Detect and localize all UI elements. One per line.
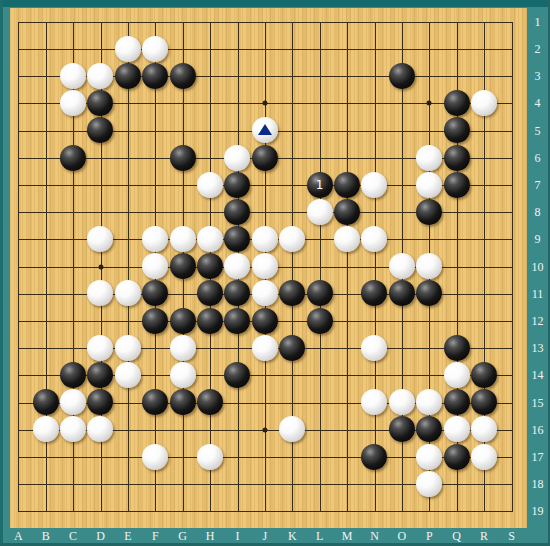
intersection-H10[interactable] xyxy=(196,253,223,280)
intersection-K19[interactable] xyxy=(279,497,306,524)
black-stone-G3[interactable] xyxy=(170,63,196,89)
intersection-N13[interactable] xyxy=(361,334,388,361)
intersection-H2[interactable] xyxy=(196,35,223,62)
intersection-L5[interactable] xyxy=(306,117,333,144)
black-stone-H11[interactable] xyxy=(197,280,223,306)
intersection-H13[interactable] xyxy=(196,334,223,361)
intersection-O11[interactable] xyxy=(388,280,415,307)
intersection-O1[interactable] xyxy=(388,8,415,35)
white-stone-D16[interactable] xyxy=(87,416,113,442)
intersection-N6[interactable] xyxy=(361,144,388,171)
black-stone-L7[interactable]: 1 xyxy=(307,172,333,198)
black-stone-L12[interactable] xyxy=(307,308,333,334)
black-stone-M8[interactable] xyxy=(334,199,360,225)
intersection-O9[interactable] xyxy=(388,226,415,253)
intersection-L14[interactable] xyxy=(306,361,333,388)
intersection-H17[interactable] xyxy=(196,443,223,470)
intersection-P17[interactable] xyxy=(415,443,442,470)
intersection-G7[interactable] xyxy=(169,171,196,198)
intersection-P2[interactable] xyxy=(415,35,442,62)
intersection-P4[interactable] xyxy=(415,90,442,117)
intersection-H7[interactable] xyxy=(196,171,223,198)
intersection-Q14[interactable] xyxy=(443,361,470,388)
intersection-D9[interactable] xyxy=(87,226,114,253)
intersection-M15[interactable] xyxy=(333,389,360,416)
intersection-H15[interactable] xyxy=(196,389,223,416)
white-stone-C4[interactable] xyxy=(60,90,86,116)
white-stone-Q14[interactable] xyxy=(444,362,470,388)
white-stone-P10[interactable] xyxy=(416,253,442,279)
intersection-F1[interactable] xyxy=(142,8,169,35)
black-stone-G6[interactable] xyxy=(170,145,196,171)
intersection-E18[interactable] xyxy=(114,470,141,497)
intersection-L12[interactable] xyxy=(306,307,333,334)
intersection-Q3[interactable] xyxy=(443,62,470,89)
intersection-S14[interactable] xyxy=(498,361,525,388)
intersection-L10[interactable] xyxy=(306,253,333,280)
black-stone-M7[interactable] xyxy=(334,172,360,198)
intersection-J12[interactable] xyxy=(251,307,278,334)
intersection-P1[interactable] xyxy=(415,8,442,35)
black-stone-Q5[interactable] xyxy=(444,117,470,143)
intersection-S7[interactable] xyxy=(498,171,525,198)
white-stone-P6[interactable] xyxy=(416,145,442,171)
intersection-I5[interactable] xyxy=(224,117,251,144)
intersection-N16[interactable] xyxy=(361,416,388,443)
black-stone-C6[interactable] xyxy=(60,145,86,171)
intersection-B3[interactable] xyxy=(32,62,59,89)
intersection-H12[interactable] xyxy=(196,307,223,334)
intersection-P6[interactable] xyxy=(415,144,442,171)
intersection-N8[interactable] xyxy=(361,198,388,225)
intersection-R18[interactable] xyxy=(470,470,497,497)
intersection-F10[interactable] xyxy=(142,253,169,280)
intersection-I3[interactable] xyxy=(224,62,251,89)
intersection-R9[interactable] xyxy=(470,226,497,253)
intersection-A3[interactable] xyxy=(5,62,32,89)
intersection-S19[interactable] xyxy=(498,497,525,524)
black-stone-H10[interactable] xyxy=(197,253,223,279)
intersection-E10[interactable] xyxy=(114,253,141,280)
intersection-E4[interactable] xyxy=(114,90,141,117)
intersection-L6[interactable] xyxy=(306,144,333,171)
intersection-K6[interactable] xyxy=(279,144,306,171)
intersection-M5[interactable] xyxy=(333,117,360,144)
intersection-B13[interactable] xyxy=(32,334,59,361)
intersection-H4[interactable] xyxy=(196,90,223,117)
intersection-H1[interactable] xyxy=(196,8,223,35)
intersection-R5[interactable] xyxy=(470,117,497,144)
intersection-C17[interactable] xyxy=(59,443,86,470)
black-stone-I8[interactable] xyxy=(224,199,250,225)
intersection-I7[interactable] xyxy=(224,171,251,198)
intersection-N5[interactable] xyxy=(361,117,388,144)
intersection-E11[interactable] xyxy=(114,280,141,307)
intersection-E6[interactable] xyxy=(114,144,141,171)
intersection-O8[interactable] xyxy=(388,198,415,225)
intersection-D5[interactable] xyxy=(87,117,114,144)
white-stone-D13[interactable] xyxy=(87,335,113,361)
intersection-C7[interactable] xyxy=(59,171,86,198)
white-stone-G9[interactable] xyxy=(170,226,196,252)
intersection-C14[interactable] xyxy=(59,361,86,388)
intersection-K11[interactable] xyxy=(279,280,306,307)
intersection-J16[interactable] xyxy=(251,416,278,443)
intersection-I2[interactable] xyxy=(224,35,251,62)
intersection-G8[interactable] xyxy=(169,198,196,225)
intersection-K18[interactable] xyxy=(279,470,306,497)
intersection-L7[interactable]: 1 xyxy=(306,171,333,198)
intersection-A2[interactable] xyxy=(5,35,32,62)
intersection-L4[interactable] xyxy=(306,90,333,117)
intersection-Q15[interactable] xyxy=(443,389,470,416)
intersection-P13[interactable] xyxy=(415,334,442,361)
intersection-D11[interactable] xyxy=(87,280,114,307)
intersection-I18[interactable] xyxy=(224,470,251,497)
intersection-J19[interactable] xyxy=(251,497,278,524)
intersection-O12[interactable] xyxy=(388,307,415,334)
intersection-E15[interactable] xyxy=(114,389,141,416)
intersection-E7[interactable] xyxy=(114,171,141,198)
intersection-L13[interactable] xyxy=(306,334,333,361)
intersection-O19[interactable] xyxy=(388,497,415,524)
intersection-R2[interactable] xyxy=(470,35,497,62)
intersection-J4[interactable] xyxy=(251,90,278,117)
intersection-K10[interactable] xyxy=(279,253,306,280)
intersection-Q2[interactable] xyxy=(443,35,470,62)
intersection-M11[interactable] xyxy=(333,280,360,307)
intersection-Q19[interactable] xyxy=(443,497,470,524)
intersection-P8[interactable] xyxy=(415,198,442,225)
intersection-K15[interactable] xyxy=(279,389,306,416)
intersection-H19[interactable] xyxy=(196,497,223,524)
white-stone-D11[interactable] xyxy=(87,280,113,306)
intersection-A4[interactable] xyxy=(5,90,32,117)
intersection-D1[interactable] xyxy=(87,8,114,35)
intersection-G19[interactable] xyxy=(169,497,196,524)
intersection-B17[interactable] xyxy=(32,443,59,470)
intersection-J8[interactable] xyxy=(251,198,278,225)
intersection-D4[interactable] xyxy=(87,90,114,117)
intersection-P7[interactable] xyxy=(415,171,442,198)
intersection-C11[interactable] xyxy=(59,280,86,307)
intersection-K14[interactable] xyxy=(279,361,306,388)
intersection-C13[interactable] xyxy=(59,334,86,361)
intersection-K7[interactable] xyxy=(279,171,306,198)
intersection-I16[interactable] xyxy=(224,416,251,443)
intersection-A5[interactable] xyxy=(5,117,32,144)
intersection-O15[interactable] xyxy=(388,389,415,416)
white-stone-J10[interactable] xyxy=(252,253,278,279)
intersection-B11[interactable] xyxy=(32,280,59,307)
intersection-I11[interactable] xyxy=(224,280,251,307)
intersection-A19[interactable] xyxy=(5,497,32,524)
intersection-I1[interactable] xyxy=(224,8,251,35)
black-stone-K13[interactable] xyxy=(279,335,305,361)
intersection-D10[interactable] xyxy=(87,253,114,280)
intersection-D14[interactable] xyxy=(87,361,114,388)
intersection-S8[interactable] xyxy=(498,198,525,225)
intersection-J3[interactable] xyxy=(251,62,278,89)
intersection-Q5[interactable] xyxy=(443,117,470,144)
intersection-G9[interactable] xyxy=(169,226,196,253)
intersection-H3[interactable] xyxy=(196,62,223,89)
white-stone-E2[interactable] xyxy=(115,36,141,62)
white-stone-N9[interactable] xyxy=(361,226,387,252)
intersection-Q12[interactable] xyxy=(443,307,470,334)
intersection-G13[interactable] xyxy=(169,334,196,361)
intersection-S13[interactable] xyxy=(498,334,525,361)
black-stone-B15[interactable] xyxy=(33,389,59,415)
intersection-F9[interactable] xyxy=(142,226,169,253)
intersection-O16[interactable] xyxy=(388,416,415,443)
intersection-C19[interactable] xyxy=(59,497,86,524)
intersection-I17[interactable] xyxy=(224,443,251,470)
intersection-I15[interactable] xyxy=(224,389,251,416)
intersection-N10[interactable] xyxy=(361,253,388,280)
intersection-C8[interactable] xyxy=(59,198,86,225)
intersection-Q1[interactable] xyxy=(443,8,470,35)
intersection-F15[interactable] xyxy=(142,389,169,416)
intersection-A8[interactable] xyxy=(5,198,32,225)
intersection-A7[interactable] xyxy=(5,171,32,198)
intersection-K16[interactable] xyxy=(279,416,306,443)
intersection-R14[interactable] xyxy=(470,361,497,388)
white-stone-C15[interactable] xyxy=(60,389,86,415)
intersection-F17[interactable] xyxy=(142,443,169,470)
intersection-J17[interactable] xyxy=(251,443,278,470)
intersection-Q7[interactable] xyxy=(443,171,470,198)
intersection-J18[interactable] xyxy=(251,470,278,497)
intersection-B2[interactable] xyxy=(32,35,59,62)
intersection-S10[interactable] xyxy=(498,253,525,280)
intersection-O3[interactable] xyxy=(388,62,415,89)
intersection-O18[interactable] xyxy=(388,470,415,497)
intersection-L9[interactable] xyxy=(306,226,333,253)
intersection-R10[interactable] xyxy=(470,253,497,280)
intersection-F16[interactable] xyxy=(142,416,169,443)
black-stone-L11[interactable] xyxy=(307,280,333,306)
intersection-G15[interactable] xyxy=(169,389,196,416)
intersection-L1[interactable] xyxy=(306,8,333,35)
intersection-K3[interactable] xyxy=(279,62,306,89)
intersection-B7[interactable] xyxy=(32,171,59,198)
intersection-G14[interactable] xyxy=(169,361,196,388)
black-stone-Q15[interactable] xyxy=(444,389,470,415)
intersection-M16[interactable] xyxy=(333,416,360,443)
white-stone-J5[interactable] xyxy=(252,117,278,143)
intersection-M10[interactable] xyxy=(333,253,360,280)
intersection-M1[interactable] xyxy=(333,8,360,35)
intersection-S2[interactable] xyxy=(498,35,525,62)
black-stone-P16[interactable] xyxy=(416,416,442,442)
intersection-F3[interactable] xyxy=(142,62,169,89)
intersection-G3[interactable] xyxy=(169,62,196,89)
black-stone-F15[interactable] xyxy=(142,389,168,415)
intersection-C10[interactable] xyxy=(59,253,86,280)
intersection-F5[interactable] xyxy=(142,117,169,144)
intersection-E12[interactable] xyxy=(114,307,141,334)
intersection-H9[interactable] xyxy=(196,226,223,253)
intersection-N19[interactable] xyxy=(361,497,388,524)
intersection-J5[interactable] xyxy=(251,117,278,144)
intersection-B10[interactable] xyxy=(32,253,59,280)
intersection-A1[interactable] xyxy=(5,8,32,35)
intersection-D8[interactable] xyxy=(87,198,114,225)
intersection-I9[interactable] xyxy=(224,226,251,253)
intersection-E1[interactable] xyxy=(114,8,141,35)
intersection-O14[interactable] xyxy=(388,361,415,388)
intersection-G2[interactable] xyxy=(169,35,196,62)
intersection-K5[interactable] xyxy=(279,117,306,144)
black-stone-K11[interactable] xyxy=(279,280,305,306)
intersection-M18[interactable] xyxy=(333,470,360,497)
black-stone-R14[interactable] xyxy=(471,362,497,388)
black-stone-I9[interactable] xyxy=(224,226,250,252)
intersection-O17[interactable] xyxy=(388,443,415,470)
white-stone-C16[interactable] xyxy=(60,416,86,442)
intersection-I13[interactable] xyxy=(224,334,251,361)
intersection-C3[interactable] xyxy=(59,62,86,89)
intersection-B18[interactable] xyxy=(32,470,59,497)
intersection-F6[interactable] xyxy=(142,144,169,171)
intersection-R12[interactable] xyxy=(470,307,497,334)
intersection-S6[interactable] xyxy=(498,144,525,171)
intersection-A18[interactable] xyxy=(5,470,32,497)
intersection-K1[interactable] xyxy=(279,8,306,35)
intersection-P11[interactable] xyxy=(415,280,442,307)
white-stone-P15[interactable] xyxy=(416,389,442,415)
intersection-B6[interactable] xyxy=(32,144,59,171)
black-stone-P11[interactable] xyxy=(416,280,442,306)
white-stone-G14[interactable] xyxy=(170,362,196,388)
intersection-P12[interactable] xyxy=(415,307,442,334)
white-stone-C3[interactable] xyxy=(60,63,86,89)
intersection-D3[interactable] xyxy=(87,62,114,89)
intersection-E9[interactable] xyxy=(114,226,141,253)
white-stone-G13[interactable] xyxy=(170,335,196,361)
intersection-P9[interactable] xyxy=(415,226,442,253)
white-stone-J13[interactable] xyxy=(252,335,278,361)
intersection-H11[interactable] xyxy=(196,280,223,307)
intersection-Q8[interactable] xyxy=(443,198,470,225)
white-stone-R4[interactable] xyxy=(471,90,497,116)
intersection-I8[interactable] xyxy=(224,198,251,225)
black-stone-D5[interactable] xyxy=(87,117,113,143)
white-stone-H7[interactable] xyxy=(197,172,223,198)
intersection-J6[interactable] xyxy=(251,144,278,171)
intersection-L19[interactable] xyxy=(306,497,333,524)
black-stone-F12[interactable] xyxy=(142,308,168,334)
intersection-A11[interactable] xyxy=(5,280,32,307)
intersection-D2[interactable] xyxy=(87,35,114,62)
white-stone-M9[interactable] xyxy=(334,226,360,252)
intersection-M19[interactable] xyxy=(333,497,360,524)
intersection-S9[interactable] xyxy=(498,226,525,253)
intersection-Q4[interactable] xyxy=(443,90,470,117)
intersection-G12[interactable] xyxy=(169,307,196,334)
intersection-B4[interactable] xyxy=(32,90,59,117)
black-stone-I12[interactable] xyxy=(224,308,250,334)
black-stone-F11[interactable] xyxy=(142,280,168,306)
intersection-O13[interactable] xyxy=(388,334,415,361)
intersection-M9[interactable] xyxy=(333,226,360,253)
intersection-J14[interactable] xyxy=(251,361,278,388)
white-stone-R17[interactable] xyxy=(471,444,497,470)
intersection-G18[interactable] xyxy=(169,470,196,497)
black-stone-D15[interactable] xyxy=(87,389,113,415)
white-stone-D9[interactable] xyxy=(87,226,113,252)
intersection-G1[interactable] xyxy=(169,8,196,35)
intersection-I6[interactable] xyxy=(224,144,251,171)
intersection-C18[interactable] xyxy=(59,470,86,497)
white-stone-K16[interactable] xyxy=(279,416,305,442)
intersection-R7[interactable] xyxy=(470,171,497,198)
intersection-F12[interactable] xyxy=(142,307,169,334)
intersection-C2[interactable] xyxy=(59,35,86,62)
intersection-M7[interactable] xyxy=(333,171,360,198)
intersection-D15[interactable] xyxy=(87,389,114,416)
intersection-K17[interactable] xyxy=(279,443,306,470)
white-stone-E13[interactable] xyxy=(115,335,141,361)
black-stone-Q17[interactable] xyxy=(444,444,470,470)
intersection-R16[interactable] xyxy=(470,416,497,443)
black-stone-D14[interactable] xyxy=(87,362,113,388)
intersection-R11[interactable] xyxy=(470,280,497,307)
intersection-C16[interactable] xyxy=(59,416,86,443)
intersection-I14[interactable] xyxy=(224,361,251,388)
intersection-D16[interactable] xyxy=(87,416,114,443)
intersection-M12[interactable] xyxy=(333,307,360,334)
intersection-N2[interactable] xyxy=(361,35,388,62)
intersection-R4[interactable] xyxy=(470,90,497,117)
intersection-E19[interactable] xyxy=(114,497,141,524)
black-stone-I11[interactable] xyxy=(224,280,250,306)
white-stone-O15[interactable] xyxy=(389,389,415,415)
black-stone-H15[interactable] xyxy=(197,389,223,415)
intersection-M4[interactable] xyxy=(333,90,360,117)
white-stone-P7[interactable] xyxy=(416,172,442,198)
intersection-N9[interactable] xyxy=(361,226,388,253)
white-stone-F2[interactable] xyxy=(142,36,168,62)
intersection-M3[interactable] xyxy=(333,62,360,89)
intersection-P18[interactable] xyxy=(415,470,442,497)
black-stone-C14[interactable] xyxy=(60,362,86,388)
intersection-M17[interactable] xyxy=(333,443,360,470)
black-stone-N17[interactable] xyxy=(361,444,387,470)
intersection-Q11[interactable] xyxy=(443,280,470,307)
intersection-R13[interactable] xyxy=(470,334,497,361)
white-stone-F9[interactable] xyxy=(142,226,168,252)
intersection-Q16[interactable] xyxy=(443,416,470,443)
intersection-S15[interactable] xyxy=(498,389,525,416)
black-stone-Q13[interactable] xyxy=(444,335,470,361)
white-stone-P17[interactable] xyxy=(416,444,442,470)
intersection-B14[interactable] xyxy=(32,361,59,388)
intersection-C4[interactable] xyxy=(59,90,86,117)
intersection-A12[interactable] xyxy=(5,307,32,334)
intersection-B15[interactable] xyxy=(32,389,59,416)
intersection-N7[interactable] xyxy=(361,171,388,198)
intersection-J1[interactable] xyxy=(251,8,278,35)
intersection-P16[interactable] xyxy=(415,416,442,443)
black-stone-I14[interactable] xyxy=(224,362,250,388)
black-stone-D4[interactable] xyxy=(87,90,113,116)
intersection-H6[interactable] xyxy=(196,144,223,171)
intersection-P3[interactable] xyxy=(415,62,442,89)
intersection-S16[interactable] xyxy=(498,416,525,443)
intersection-K13[interactable] xyxy=(279,334,306,361)
